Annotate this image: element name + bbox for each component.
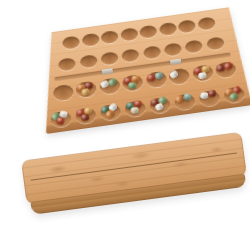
- gemstone: [128, 81, 136, 88]
- closed-folded-board: [21, 132, 249, 220]
- board-cell: [161, 37, 185, 62]
- pit-r4-c4[interactable]: [124, 99, 146, 117]
- pit-r2-c8[interactable]: [206, 36, 225, 50]
- pit-r4-c3[interactable]: [100, 103, 122, 121]
- gemstone: [56, 117, 65, 125]
- board-cell: [189, 59, 216, 87]
- board-cell: [55, 52, 79, 77]
- board-cell: [146, 90, 174, 119]
- pit-r3-c5[interactable]: [145, 71, 167, 89]
- gemstone: [223, 61, 233, 71]
- pit-r4-c8[interactable]: [223, 86, 245, 104]
- pit-r4-c6[interactable]: [174, 93, 196, 111]
- gemstone: [200, 92, 208, 100]
- pit-r4-c5[interactable]: [149, 96, 171, 114]
- pit-r2-c6[interactable]: [164, 42, 183, 56]
- board-cell: [195, 83, 223, 112]
- gemstone: [198, 71, 207, 79]
- board-cell: [203, 31, 227, 56]
- pit-r2-c4[interactable]: [121, 48, 140, 62]
- board-cell: [195, 11, 217, 35]
- pit-r2-c1[interactable]: [58, 57, 77, 71]
- board-cell: [220, 80, 248, 109]
- board-cell: [47, 104, 75, 133]
- pit-r3-c4[interactable]: [122, 74, 144, 92]
- board-cell: [170, 87, 198, 116]
- pit-r1-c4[interactable]: [120, 27, 139, 41]
- board-cell: [119, 43, 143, 68]
- pit-r2-c2[interactable]: [79, 54, 98, 68]
- board-cell: [213, 56, 240, 84]
- board-cell: [166, 62, 193, 90]
- pit-r1-c6[interactable]: [158, 21, 177, 35]
- board-cell: [76, 49, 100, 74]
- board-cell: [73, 75, 100, 103]
- lid-seam-line: [30, 152, 237, 180]
- board-cell: [97, 46, 121, 71]
- board-cell: [140, 40, 164, 65]
- pit-r4-c7[interactable]: [198, 89, 220, 107]
- board-cell: [182, 34, 206, 59]
- pit-rows: [32, 8, 250, 134]
- gemstone: [169, 69, 180, 79]
- gemstone: [154, 71, 164, 80]
- pit-r3-c8[interactable]: [215, 61, 237, 79]
- pit-r1-c3[interactable]: [101, 30, 120, 44]
- gemstone: [207, 90, 215, 97]
- pit-r3-c3[interactable]: [99, 77, 121, 95]
- open-mancala-board: [32, 6, 250, 134]
- board-cell: [143, 66, 170, 94]
- pit-r3-c7[interactable]: [192, 64, 214, 82]
- pit-r1-c1[interactable]: [62, 35, 81, 49]
- pit-r4-c2[interactable]: [75, 106, 97, 124]
- board-cell: [72, 101, 100, 130]
- board-cell: [121, 94, 149, 123]
- pit-r1-c8[interactable]: [197, 16, 216, 30]
- scene: [0, 0, 250, 250]
- gemstone: [182, 92, 192, 101]
- board-cell: [50, 79, 77, 107]
- pit-r2-c5[interactable]: [143, 45, 162, 59]
- board-cell: [120, 69, 147, 97]
- board-cell: [96, 72, 123, 100]
- pit-r2-c3[interactable]: [100, 51, 119, 65]
- pit-r2-c7[interactable]: [185, 39, 204, 53]
- pit-r1-c5[interactable]: [139, 24, 158, 38]
- pit-r1-c2[interactable]: [81, 32, 100, 46]
- board-cell: [97, 97, 125, 126]
- pit-r1-c7[interactable]: [178, 19, 197, 33]
- pit-r3-c2[interactable]: [75, 81, 97, 99]
- pit-r4-c1[interactable]: [50, 110, 72, 128]
- gemstone: [131, 107, 139, 114]
- pit-r3-c1[interactable]: [52, 84, 74, 102]
- pit-r3-c6[interactable]: [169, 68, 191, 86]
